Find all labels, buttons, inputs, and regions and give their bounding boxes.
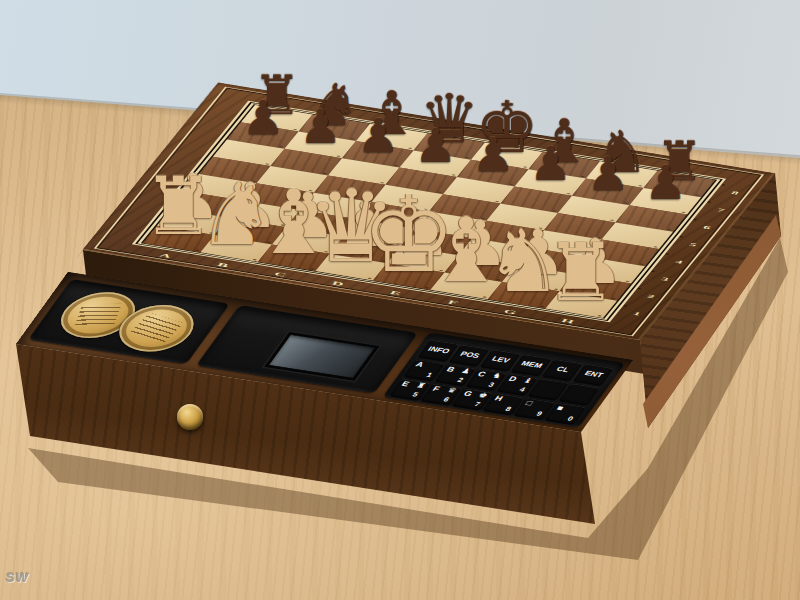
key-label: H [493,395,504,402]
black-pawn-h7[interactable]: ♟ [644,159,686,206]
black-pawn-d7[interactable]: ♟ [414,121,456,168]
scene: INFOPOSLEVMEMCLENTA1B♟2C♞3D♝4E♜5F♛6G♚7H8… [0,0,800,600]
key-label: INFO [423,345,455,355]
rook-icon: ♜ [414,382,427,390]
lcd-window [264,332,379,381]
key-number: 3 [487,382,496,388]
black-pawn-e7[interactable]: ♟ [472,131,514,178]
key-number: 6 [442,397,451,403]
black-pawn-b7[interactable]: ♟ [299,103,341,150]
key-label: MEM [516,359,548,369]
key-number: 1 [425,372,434,378]
key-label: CL [547,364,579,374]
bishop-icon: ♝ [521,377,534,385]
black-pawn-c7[interactable]: ♟ [357,112,399,159]
key-label: POS [454,350,486,360]
key-label: F [431,385,441,392]
key-number: 0 [566,416,575,422]
key-number: 2 [456,377,465,383]
black-pawn-a7[interactable]: ♟ [242,93,284,140]
king-icon: ♚ [476,392,489,400]
white-rook-h1[interactable]: ♜ [545,233,617,313]
key-number: 8 [504,406,513,412]
key-label: ■ [555,405,565,412]
key-label: B [445,366,456,373]
drawer-knob[interactable] [177,404,203,430]
watermark: SW [6,570,29,585]
black-pawn-f7[interactable]: ♟ [529,140,571,187]
key-label: ENT [578,369,610,379]
key-label: □ [524,400,534,407]
queen-icon: ♛ [445,387,458,395]
key-label: C [476,371,487,378]
black-pawn-g7[interactable]: ♟ [587,150,629,197]
pawn-icon: ♟ [459,367,472,375]
key-number: 7 [473,401,482,407]
key-number: 5 [411,392,420,398]
key-number: 9 [535,411,544,417]
knight-icon: ♞ [490,372,503,380]
key-label: A [414,361,425,368]
key-label: G [462,390,474,398]
key-label: LEV [485,354,517,364]
key-label: D [507,376,518,383]
key-label: E [400,381,411,388]
key-number: 4 [518,387,527,393]
